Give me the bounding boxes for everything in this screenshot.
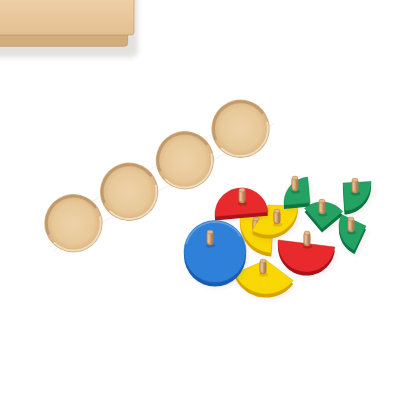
tray-top-surface bbox=[0, 0, 134, 35]
puzzle-scene bbox=[0, 0, 400, 400]
product-photo bbox=[0, 0, 400, 400]
